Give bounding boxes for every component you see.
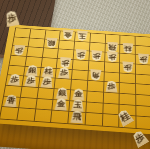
piece-silver-gote[interactable]: 銀 bbox=[45, 37, 58, 48]
piece-knight-sente[interactable]: 桂 bbox=[41, 66, 55, 78]
piece-pawn-sente[interactable]: 歩 bbox=[7, 73, 22, 85]
piece-pawn-sente[interactable]: 歩 bbox=[105, 80, 118, 92]
piece-rook-sente[interactable]: 飛 bbox=[70, 110, 84, 123]
piece-king-sente[interactable]: 玉 bbox=[71, 99, 85, 112]
board-cell-4i[interactable] bbox=[85, 113, 102, 126]
board-cell-7i[interactable] bbox=[34, 110, 52, 123]
piece-pawn-gote[interactable]: 歩 bbox=[13, 44, 27, 55]
board-cell-1i[interactable] bbox=[137, 117, 150, 130]
piece-gold-gote[interactable]: 金 bbox=[61, 30, 74, 41]
piece-lance-sente[interactable]: 香 bbox=[4, 94, 19, 107]
board-cell-6i[interactable] bbox=[51, 111, 69, 124]
board-cell-5i[interactable]: 飛 bbox=[68, 112, 86, 125]
piece-silver-sente[interactable]: 銀 bbox=[55, 87, 69, 100]
shogi-board: 金玉銀飛桂歩歩歩歩歩歩歩銀桂歩角歩歩歩歩銀金香金玉飛 bbox=[0, 24, 150, 149]
piece-gold-sente[interactable]: 金 bbox=[72, 88, 86, 101]
piece-pawn-sente[interactable]: 歩 bbox=[24, 75, 38, 87]
piece-pawn-gote[interactable]: 歩 bbox=[90, 50, 103, 61]
board-cell-9i[interactable] bbox=[0, 107, 19, 119]
board-cell-3i[interactable] bbox=[103, 114, 120, 127]
piece-king-gote[interactable]: 玉 bbox=[76, 31, 89, 42]
piece-pawn-gote[interactable]: 歩 bbox=[122, 62, 134, 74]
piece-knight-gote[interactable]: 桂 bbox=[122, 43, 134, 54]
piece-pawn-sente[interactable]: 歩 bbox=[40, 76, 54, 88]
piece-bishop-gote[interactable]: 角 bbox=[89, 69, 102, 81]
piece-pawn-gote[interactable]: 歩 bbox=[58, 57, 71, 69]
shogi-scene: 金玉銀飛桂歩歩歩歩歩歩歩銀桂歩角歩歩歩歩銀金香金玉飛 歩 桂歩 bbox=[0, 0, 150, 149]
piece-pawn-gote[interactable]: 歩 bbox=[138, 53, 150, 64]
piece-pawn-gote[interactable]: 歩 bbox=[106, 51, 118, 62]
piece-silver-sente[interactable]: 銀 bbox=[25, 65, 39, 77]
board-cell-8i[interactable] bbox=[17, 108, 36, 121]
piece-pawn-gote[interactable]: 歩 bbox=[75, 49, 88, 60]
piece-rook-gote[interactable]: 飛 bbox=[106, 42, 118, 53]
piece-gold-sente[interactable]: 金 bbox=[54, 98, 68, 111]
piece-pawn-sente[interactable]: 歩 bbox=[57, 67, 71, 79]
